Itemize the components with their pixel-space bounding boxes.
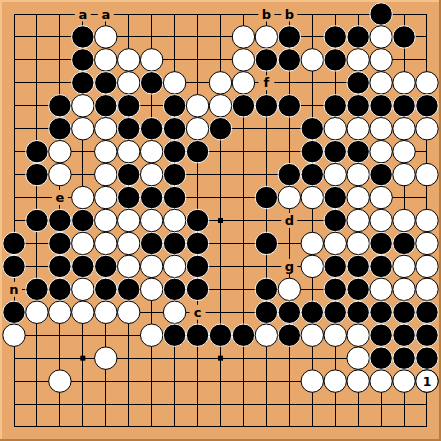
stone-black [232, 324, 254, 346]
stone-black [393, 301, 415, 323]
stone-black [3, 232, 25, 254]
stone-black [370, 301, 392, 323]
stone-black [370, 255, 392, 277]
stone-black [186, 209, 208, 231]
stone-white [95, 118, 117, 140]
stone-black [370, 163, 392, 185]
stone-black [140, 118, 162, 140]
stone-black [255, 49, 277, 71]
stone-white [393, 163, 415, 185]
stone-white [301, 370, 323, 392]
stone-white [370, 209, 392, 231]
stone-black [278, 301, 300, 323]
stone-black [324, 26, 346, 48]
marker-letter-f: f [264, 75, 270, 90]
stone-white [416, 118, 438, 140]
stone-black [370, 324, 392, 346]
marker-letter-b: b [285, 7, 294, 22]
stone-white [140, 49, 162, 71]
stone-white [95, 140, 117, 162]
stone-white [118, 49, 140, 71]
star-point [80, 356, 85, 361]
stone-black [347, 301, 369, 323]
stone-white [72, 301, 94, 323]
stone-black [370, 95, 392, 117]
stone-white [232, 49, 254, 71]
stone-black [255, 186, 277, 208]
stone-black [301, 163, 323, 185]
stone-black [163, 140, 185, 162]
stone-white [416, 232, 438, 254]
stone-black [118, 163, 140, 185]
stone-white [416, 72, 438, 94]
stone-white [186, 118, 208, 140]
stone-white [95, 186, 117, 208]
stone-white [255, 26, 277, 48]
stone-black [347, 255, 369, 277]
star-point [218, 218, 223, 223]
stone-black [393, 26, 415, 48]
stone-black [370, 3, 392, 25]
stone-black [370, 347, 392, 369]
stone-black [163, 186, 185, 208]
stone-white [301, 232, 323, 254]
stone-white [95, 232, 117, 254]
stone-black [163, 95, 185, 117]
stone-white [72, 232, 94, 254]
stone-black [118, 278, 140, 300]
stone-white [118, 72, 140, 94]
stone-white [140, 140, 162, 162]
stone-white [140, 255, 162, 277]
stone-white [278, 278, 300, 300]
marker-letter-c: c [194, 305, 202, 320]
stone-black [324, 209, 346, 231]
stone-black [49, 209, 71, 231]
stone-white [95, 347, 117, 369]
stone-black [301, 140, 323, 162]
stone-white [370, 140, 392, 162]
stone-white [118, 209, 140, 231]
stone-black [95, 72, 117, 94]
stone-black [26, 209, 48, 231]
stone-black [163, 232, 185, 254]
stone-white [370, 118, 392, 140]
stone-white [347, 49, 369, 71]
stone-black [324, 301, 346, 323]
stone-black [324, 255, 346, 277]
stone-black [255, 95, 277, 117]
stone-white [301, 255, 323, 277]
stone-black [163, 324, 185, 346]
stone-white [118, 255, 140, 277]
stone-white [72, 95, 94, 117]
stone-white [232, 72, 254, 94]
stone-number-label: 1 [423, 374, 432, 389]
stone-black [49, 118, 71, 140]
stone-black [347, 72, 369, 94]
stone-black [347, 140, 369, 162]
stone-white [72, 118, 94, 140]
stone-black [186, 232, 208, 254]
stone-white [140, 163, 162, 185]
stone-black [301, 118, 323, 140]
stone-white [347, 324, 369, 346]
stone-black [72, 49, 94, 71]
stone-black [186, 255, 208, 277]
stone-white [370, 49, 392, 71]
stone-white [140, 209, 162, 231]
stone-black [393, 324, 415, 346]
stone-black [416, 95, 438, 117]
stone-black [278, 26, 300, 48]
stone-white [301, 324, 323, 346]
stone-white [163, 255, 185, 277]
stone-black [72, 255, 94, 277]
stone-black [118, 118, 140, 140]
stone-black [72, 209, 94, 231]
stone-black [301, 301, 323, 323]
stone-white [301, 49, 323, 71]
stone-white [118, 232, 140, 254]
stone-black [186, 140, 208, 162]
stone-white [324, 232, 346, 254]
stone-white [26, 301, 48, 323]
stone-white [370, 370, 392, 392]
stone-white [140, 278, 162, 300]
marker-letter-a: a [78, 7, 87, 22]
stone-black [370, 232, 392, 254]
stone-black [324, 95, 346, 117]
marker-letter-d: d [285, 213, 294, 228]
stone-white [95, 301, 117, 323]
stone-black [255, 278, 277, 300]
stone-black [163, 118, 185, 140]
stone-white [3, 324, 25, 346]
stone-black [347, 278, 369, 300]
stone-black [278, 49, 300, 71]
stone-white [118, 301, 140, 323]
stone-white [416, 278, 438, 300]
stone-black [209, 324, 231, 346]
stone-black [324, 49, 346, 71]
stone-white [370, 26, 392, 48]
stone-black [186, 324, 208, 346]
marker-letter-n: n [9, 282, 18, 297]
stone-black [209, 118, 231, 140]
stone-white [393, 255, 415, 277]
stone-white [370, 72, 392, 94]
go-board-diagram: aabbfedgnc1 [0, 0, 441, 441]
stone-white [324, 370, 346, 392]
stone-black [324, 278, 346, 300]
stone-white [347, 209, 369, 231]
stone-white [49, 163, 71, 185]
stone-white [393, 209, 415, 231]
marker-letter-b: b [262, 7, 271, 22]
stone-black [26, 278, 48, 300]
stone-white [278, 186, 300, 208]
stone-black [140, 186, 162, 208]
stone-black [347, 26, 369, 48]
stone-black [393, 232, 415, 254]
stone-white [95, 163, 117, 185]
stone-black [118, 186, 140, 208]
stone-black [3, 255, 25, 277]
stone-white [416, 209, 438, 231]
stone-black [255, 232, 277, 254]
stone-white [209, 95, 231, 117]
stone-white [49, 140, 71, 162]
stone-black [49, 232, 71, 254]
stone-white [232, 26, 254, 48]
stone-black [186, 278, 208, 300]
stone-black [324, 186, 346, 208]
stone-black [278, 324, 300, 346]
stone-white [163, 209, 185, 231]
stone-white [163, 301, 185, 323]
stone-black [255, 301, 277, 323]
stone-white [95, 209, 117, 231]
stone-white [347, 347, 369, 369]
marker-letter-g: g [285, 259, 294, 274]
stone-white [118, 140, 140, 162]
stone-white [416, 163, 438, 185]
stone-black [278, 163, 300, 185]
marker-letter-a: a [101, 7, 110, 22]
stone-black [26, 163, 48, 185]
stone-white [393, 140, 415, 162]
stone-black [95, 278, 117, 300]
stone-black [393, 347, 415, 369]
stone-black [49, 255, 71, 277]
stone-black [72, 72, 94, 94]
stone-black [163, 163, 185, 185]
stone-white [393, 72, 415, 94]
stone-white [347, 186, 369, 208]
stone-white [324, 163, 346, 185]
stone-black [49, 95, 71, 117]
stone-white [324, 324, 346, 346]
stone-white [49, 301, 71, 323]
stone-black [232, 95, 254, 117]
stone-black [118, 95, 140, 117]
stone-black [416, 347, 438, 369]
marker-letter-e: e [55, 190, 64, 205]
stone-white [370, 186, 392, 208]
stone-black [278, 95, 300, 117]
stone-white [163, 72, 185, 94]
stone-white [209, 72, 231, 94]
stone-white [416, 255, 438, 277]
stone-black [95, 255, 117, 277]
stone-black [163, 278, 185, 300]
stone-white [255, 324, 277, 346]
stone-black [95, 95, 117, 117]
stone-black [324, 140, 346, 162]
star-point [218, 356, 223, 361]
stone-white [393, 118, 415, 140]
stone-black [347, 95, 369, 117]
stone-white [301, 186, 323, 208]
stone-black [26, 140, 48, 162]
stone-black [3, 301, 25, 323]
stone-white [95, 49, 117, 71]
stone-black [416, 324, 438, 346]
stone-white [393, 278, 415, 300]
stone-white [370, 278, 392, 300]
stone-white [393, 370, 415, 392]
stone-white [72, 186, 94, 208]
stone-white [347, 118, 369, 140]
stone-black [49, 278, 71, 300]
stone-white [347, 370, 369, 392]
stone-white [186, 95, 208, 117]
stone-white [49, 370, 71, 392]
stone-white [140, 324, 162, 346]
stone-black [393, 95, 415, 117]
go-board: aabbfedgnc1 [0, 0, 441, 441]
stone-white [347, 232, 369, 254]
stone-black [140, 72, 162, 94]
stone-black [72, 26, 94, 48]
stone-white [347, 163, 369, 185]
stone-white [95, 26, 117, 48]
stone-black [416, 301, 438, 323]
stone-black [140, 232, 162, 254]
stone-white [324, 118, 346, 140]
stone-white [72, 278, 94, 300]
